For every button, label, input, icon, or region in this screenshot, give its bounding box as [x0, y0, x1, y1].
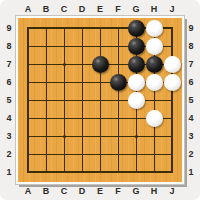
coordinate-label: 6: [2, 76, 16, 88]
coordinate-label: 9: [184, 22, 198, 34]
coordinate-label: E: [91, 3, 109, 15]
coordinate-label: 7: [2, 58, 16, 70]
coordinate-label: G: [127, 3, 145, 15]
coordinate-label: 1: [2, 166, 16, 178]
stone-white[interactable]: [146, 74, 163, 91]
coordinate-label: D: [73, 185, 91, 197]
coordinate-label: A: [19, 3, 37, 15]
stone-black[interactable]: [92, 56, 109, 73]
coordinate-label: E: [91, 185, 109, 197]
grid-line: [28, 100, 172, 101]
coordinate-label: J: [163, 3, 181, 15]
stone-black[interactable]: [110, 74, 127, 91]
board-surface: [18, 18, 182, 182]
coordinate-label: 8: [184, 40, 198, 52]
coordinate-label: H: [145, 3, 163, 15]
coordinate-label: 8: [2, 40, 16, 52]
coordinate-label: 4: [2, 112, 16, 124]
coordinate-label: 5: [184, 94, 198, 106]
stone-white[interactable]: [146, 20, 163, 37]
coordinate-label: F: [109, 185, 127, 197]
stone-white[interactable]: [164, 56, 181, 73]
coordinate-label: B: [37, 3, 55, 15]
screenshot-root: AABBCCDDEEFFGGHHJJ998877665544332211: [0, 0, 200, 200]
coordinate-label: D: [73, 3, 91, 15]
stone-white[interactable]: [146, 110, 163, 127]
coordinate-label: 3: [184, 130, 198, 142]
coordinate-label: 4: [184, 112, 198, 124]
hoshi-point: [63, 63, 66, 66]
coordinate-label: 9: [2, 22, 16, 34]
stone-white[interactable]: [128, 92, 145, 109]
coordinate-label: 6: [184, 76, 198, 88]
coordinate-label: F: [109, 3, 127, 15]
stone-white[interactable]: [146, 38, 163, 55]
coordinate-label: G: [127, 185, 145, 197]
coordinate-label: J: [163, 185, 181, 197]
stone-black[interactable]: [128, 20, 145, 37]
coordinate-label: 2: [184, 148, 198, 160]
grid-line: [28, 136, 172, 137]
coordinate-label: C: [55, 185, 73, 197]
coordinate-label: 2: [2, 148, 16, 160]
coordinate-label: 1: [184, 166, 198, 178]
stone-black[interactable]: [128, 56, 145, 73]
coordinate-label: H: [145, 185, 163, 197]
coordinate-label: B: [37, 185, 55, 197]
coordinate-label: A: [19, 185, 37, 197]
coordinate-label: C: [55, 3, 73, 15]
stone-white[interactable]: [128, 74, 145, 91]
hoshi-point: [135, 135, 138, 138]
stone-black[interactable]: [146, 56, 163, 73]
coordinate-label: 3: [2, 130, 16, 142]
grid-line: [118, 28, 119, 172]
hoshi-point: [63, 135, 66, 138]
coordinate-label: 7: [184, 58, 198, 70]
coordinate-label: 5: [2, 94, 16, 106]
go-board[interactable]: [16, 16, 184, 184]
stone-white[interactable]: [164, 74, 181, 91]
grid-line: [28, 154, 172, 155]
stone-black[interactable]: [128, 38, 145, 55]
